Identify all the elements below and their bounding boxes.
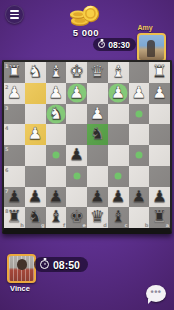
rank-label: 6 — [5, 167, 8, 173]
square-f1[interactable]: ♝ — [46, 62, 67, 83]
opponent-timer: 08:30 — [93, 38, 136, 51]
square-h6[interactable]: 6 — [4, 166, 25, 187]
square-c5[interactable] — [108, 145, 129, 166]
square-c4[interactable] — [108, 124, 129, 145]
square-g2[interactable] — [25, 83, 46, 104]
opponent-name: Amy — [125, 24, 165, 31]
square-g1[interactable]: ♞ — [25, 62, 46, 83]
square-h2[interactable]: ♟2 — [4, 83, 25, 104]
rank-label: 7 — [5, 188, 8, 194]
rank-label: 2 — [5, 84, 8, 90]
piece-white-bishop[interactable]: ♝ — [108, 62, 129, 83]
move-dot — [115, 173, 122, 180]
square-c8[interactable]: ♝c — [108, 207, 129, 228]
rank-label: 4 — [5, 125, 8, 131]
square-c1[interactable]: ♝ — [108, 62, 129, 83]
square-g6[interactable] — [25, 166, 46, 187]
square-f5[interactable] — [46, 145, 67, 166]
coins-icon — [69, 2, 103, 27]
piece-black-knight[interactable]: ♞ — [87, 124, 108, 145]
square-b7[interactable]: ♟ — [129, 187, 150, 208]
square-a4[interactable] — [149, 124, 170, 145]
piece-white-pawn[interactable]: ♟ — [129, 83, 150, 104]
file-label: b — [145, 222, 149, 228]
rank-label: 8 — [5, 208, 8, 214]
square-e7[interactable] — [66, 187, 87, 208]
piece-white-pawn[interactable]: ♟ — [108, 83, 129, 104]
square-b5[interactable] — [129, 145, 150, 166]
piece-white-pawn[interactable]: ♟ — [46, 83, 67, 104]
square-h5[interactable]: 5 — [4, 145, 25, 166]
menu-button[interactable] — [5, 5, 24, 24]
square-f8[interactable]: ♝f — [46, 207, 67, 228]
rank-label: 1 — [5, 63, 8, 69]
player-avatar[interactable] — [7, 254, 36, 283]
square-c3[interactable] — [108, 104, 129, 125]
square-a7[interactable]: ♟ — [149, 187, 170, 208]
coin-balance[interactable]: 5 000 — [50, 2, 122, 38]
square-a8[interactable]: ♜a — [149, 207, 170, 228]
square-e4[interactable] — [66, 124, 87, 145]
square-h7[interactable]: ♟7 — [4, 187, 25, 208]
piece-white-queen[interactable]: ♛ — [87, 62, 108, 83]
square-b4[interactable] — [129, 124, 150, 145]
square-g5[interactable] — [25, 145, 46, 166]
player-timer: 08:50 — [34, 257, 88, 272]
clock-icon — [40, 260, 49, 269]
clock-icon — [98, 41, 105, 48]
square-a5[interactable] — [149, 145, 170, 166]
piece-black-pawn[interactable]: ♟ — [108, 187, 129, 208]
move-dot — [73, 173, 80, 180]
square-a3[interactable] — [149, 104, 170, 125]
piece-black-pawn[interactable]: ♟ — [129, 187, 150, 208]
piece-white-rook[interactable]: ♜ — [149, 62, 170, 83]
square-c2[interactable]: ♟ — [108, 83, 129, 104]
piece-white-knight[interactable]: ♞ — [25, 62, 46, 83]
opponent-avatar[interactable] — [137, 33, 166, 62]
player-time: 08:50 — [53, 259, 80, 271]
piece-white-pawn[interactable]: ♟ — [25, 124, 46, 145]
square-e5[interactable]: ♟ — [66, 145, 87, 166]
square-f3[interactable]: ♞ — [46, 104, 67, 125]
square-b1[interactable] — [129, 62, 150, 83]
square-e1[interactable]: ♚ — [66, 62, 87, 83]
piece-black-pawn[interactable]: ♟ — [87, 187, 108, 208]
square-e2[interactable]: ♟ — [66, 83, 87, 104]
square-c6[interactable] — [108, 166, 129, 187]
square-g8[interactable]: ♞g — [25, 207, 46, 228]
square-d2[interactable] — [87, 83, 108, 104]
piece-white-pawn[interactable]: ♟ — [66, 83, 87, 104]
chess-board[interactable]: ♜1♞♝♚♛♝♜♟2♟♟♟♟♟3♞♟4♟♞5♟6♟7♟♟♟♟♟♟♜8h♞g♝f♚… — [2, 60, 172, 234]
piece-black-pawn[interactable]: ♟ — [66, 145, 87, 166]
square-g4[interactable]: ♟ — [25, 124, 46, 145]
square-d4[interactable]: ♞ — [87, 124, 108, 145]
file-label: g — [41, 222, 45, 228]
app-screen: 5 000 Amy 08:30 ♜1♞♝♚♛♝♜♟2♟♟♟♟♟3♞♟4♟♞5♟6… — [0, 0, 174, 310]
file-label: f — [63, 222, 65, 228]
rank-label: 3 — [5, 105, 8, 111]
player-name: Vince — [4, 284, 36, 293]
file-label: a — [166, 222, 169, 228]
piece-white-knight[interactable]: ♞ — [46, 104, 67, 125]
square-d6[interactable] — [87, 166, 108, 187]
square-e3[interactable] — [66, 104, 87, 125]
square-d5[interactable] — [87, 145, 108, 166]
square-d1[interactable]: ♛ — [87, 62, 108, 83]
piece-white-pawn[interactable]: ♟ — [149, 83, 170, 104]
square-f4[interactable] — [46, 124, 67, 145]
coin-amount: 5 000 — [50, 27, 122, 38]
square-a6[interactable] — [149, 166, 170, 187]
square-b6[interactable] — [129, 166, 150, 187]
chat-ellipsis-icon: ••• — [151, 288, 162, 297]
chat-button[interactable]: ••• — [146, 285, 166, 302]
piece-black-pawn[interactable]: ♟ — [46, 187, 67, 208]
piece-white-king[interactable]: ♚ — [66, 62, 87, 83]
move-dot — [135, 152, 142, 159]
square-f7[interactable]: ♟ — [46, 187, 67, 208]
square-d7[interactable]: ♟ — [87, 187, 108, 208]
square-b3[interactable] — [129, 104, 150, 125]
move-dot — [52, 152, 59, 159]
move-dot — [135, 110, 142, 117]
square-g7[interactable]: ♟ — [25, 187, 46, 208]
square-f2[interactable]: ♟ — [46, 83, 67, 104]
square-e6[interactable] — [66, 166, 87, 187]
square-b8[interactable]: b — [129, 207, 150, 228]
piece-black-pawn[interactable]: ♟ — [149, 187, 170, 208]
piece-black-pawn[interactable]: ♟ — [25, 187, 46, 208]
square-c7[interactable]: ♟ — [108, 187, 129, 208]
rank-label: 5 — [5, 146, 8, 152]
file-label: h — [20, 222, 24, 228]
piece-white-bishop[interactable]: ♝ — [46, 62, 67, 83]
square-a2[interactable]: ♟ — [149, 83, 170, 104]
piece-white-pawn[interactable]: ♟ — [87, 104, 108, 125]
square-d3[interactable]: ♟ — [87, 104, 108, 125]
square-h1[interactable]: ♜1 — [4, 62, 25, 83]
square-d8[interactable]: ♛d — [87, 207, 108, 228]
square-h4[interactable]: 4 — [4, 124, 25, 145]
file-label: c — [125, 222, 128, 228]
square-f6[interactable] — [46, 166, 67, 187]
square-a1[interactable]: ♜ — [149, 62, 170, 83]
opponent-time: 08:30 — [108, 40, 130, 50]
hamburger-icon — [10, 10, 19, 12]
square-h3[interactable]: 3 — [4, 104, 25, 125]
square-g3[interactable] — [25, 104, 46, 125]
square-h8[interactable]: ♜8h — [4, 207, 25, 228]
file-label: e — [83, 222, 86, 228]
square-e8[interactable]: ♚e — [66, 207, 87, 228]
square-b2[interactable]: ♟ — [129, 83, 150, 104]
file-label: d — [103, 222, 107, 228]
